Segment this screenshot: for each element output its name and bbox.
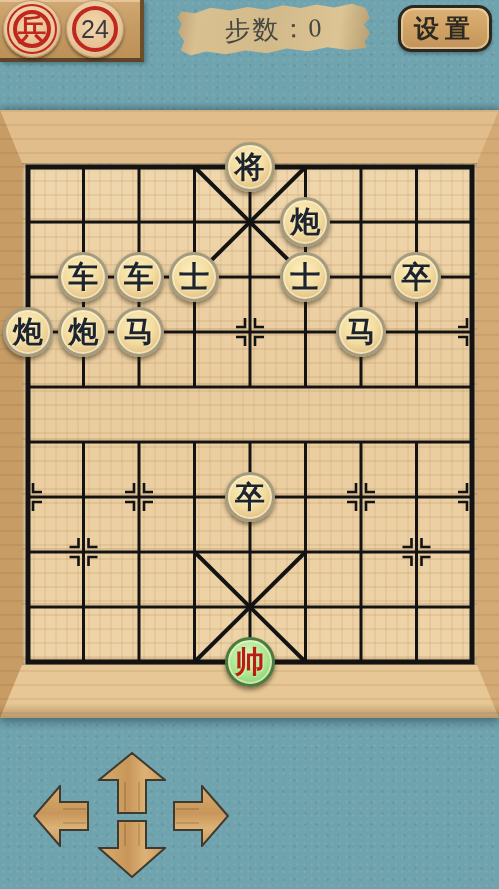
piece-炮[interactable]: 炮 [0,305,56,360]
arrow-left-icon [33,785,89,847]
piece-卒[interactable]: 卒 [222,470,278,525]
piece-glyph: 卒 [391,252,441,302]
piece-卒[interactable]: 卒 [389,250,445,305]
move-down-button[interactable] [98,820,166,878]
piece-glyph: 炮 [58,307,108,357]
xiangqi-board[interactable]: 将炮车车士士卒炮炮马马卒帅 [0,110,499,718]
settings-button-label: 设置 [414,12,476,45]
piece-马[interactable]: 马 [333,305,389,360]
move-right-button[interactable] [173,785,229,847]
piece-炮[interactable]: 炮 [56,305,112,360]
level-piece-glyph: 兵 [18,15,47,44]
app-screen: { "game": "xiangqi", "header": { "level_… [0,0,499,889]
piece-马[interactable]: 马 [111,305,167,360]
arrow-down-icon [98,820,166,878]
piece-grid: 将炮车车士士卒炮炮马马卒帅 [0,140,499,690]
move-up-button[interactable] [98,752,166,814]
piece-glyph: 卒 [225,472,275,522]
move-left-button[interactable] [33,785,89,847]
step-counter-value: 0 [308,13,324,43]
piece-士[interactable]: 士 [278,250,334,305]
settings-button[interactable]: 设置 [398,5,492,52]
step-counter-label: 步数： [224,13,309,45]
piece-glyph: 士 [280,252,330,302]
piece-glyph: 马 [114,307,164,357]
piece-glyph: 车 [114,252,164,302]
piece-炮[interactable]: 炮 [278,195,334,250]
piece-glyph: 炮 [3,307,53,357]
piece-glyph: 将 [225,142,275,192]
step-counter-banner: 步数：0 [175,1,373,58]
piece-glyph: 帅 [225,637,275,687]
level-number: 24 [81,17,109,42]
piece-glyph: 炮 [280,197,330,247]
step-counter-text: 步数：0 [224,10,324,48]
piece-glyph: 士 [169,252,219,302]
piece-glyph: 车 [58,252,108,302]
level-number-badge: 24 [66,0,124,58]
arrow-up-icon [98,752,166,814]
piece-glyph: 马 [336,307,386,357]
level-plaque: 兵 24 [0,0,144,62]
piece-帅[interactable]: 帅 [222,635,278,690]
piece-车[interactable]: 车 [111,250,167,305]
piece-士[interactable]: 士 [167,250,223,305]
arrow-right-icon [173,785,229,847]
piece-将[interactable]: 将 [222,140,278,195]
piece-车[interactable]: 车 [56,250,112,305]
level-piece-badge: 兵 [3,0,61,58]
